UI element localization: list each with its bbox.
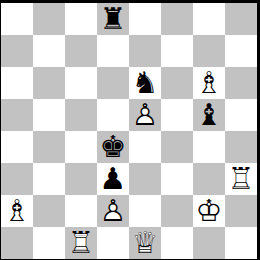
square-c1[interactable]: ♜♖ (65, 227, 97, 259)
square-h7[interactable] (225, 35, 257, 67)
square-h3[interactable]: ♜♖ (225, 163, 257, 195)
square-a8[interactable] (1, 3, 33, 35)
square-f6[interactable] (161, 67, 193, 99)
square-b6[interactable] (33, 67, 65, 99)
piece-white-pawn: ♟♙ (97, 195, 129, 227)
square-d6[interactable] (97, 67, 129, 99)
white-pawn-glyph: ♙ (132, 100, 159, 130)
square-d2[interactable]: ♟♙ (97, 195, 129, 227)
square-f7[interactable] (161, 35, 193, 67)
white-bishop-glyph: ♗ (196, 68, 223, 98)
square-e2[interactable] (129, 195, 161, 227)
square-g4[interactable] (193, 131, 225, 163)
square-h2[interactable] (225, 195, 257, 227)
square-d3[interactable]: ♟ (97, 163, 129, 195)
white-queen-glyph: ♕ (132, 228, 159, 258)
square-d1[interactable] (97, 227, 129, 259)
square-a4[interactable] (1, 131, 33, 163)
square-b8[interactable] (33, 3, 65, 35)
square-h5[interactable] (225, 99, 257, 131)
piece-black-pawn: ♟ (97, 163, 129, 195)
square-b7[interactable] (33, 35, 65, 67)
piece-white-pawn: ♟♙ (129, 99, 161, 131)
square-h8[interactable] (225, 3, 257, 35)
square-g2[interactable]: ♚♔ (193, 195, 225, 227)
square-c5[interactable] (65, 99, 97, 131)
black-bishop-glyph: ♝ (196, 100, 223, 130)
square-b4[interactable] (33, 131, 65, 163)
piece-white-rook: ♜♖ (225, 163, 257, 195)
square-a2[interactable]: ♝♗ (1, 195, 33, 227)
square-f2[interactable] (161, 195, 193, 227)
black-king-glyph: ♚ (100, 132, 127, 162)
square-b1[interactable] (33, 227, 65, 259)
board-grid: ♜♞♝♗♟♙♝♚♟♜♖♝♗♟♙♚♔♜♖♛♕ (1, 3, 257, 259)
square-b2[interactable] (33, 195, 65, 227)
square-h4[interactable] (225, 131, 257, 163)
square-c6[interactable] (65, 67, 97, 99)
square-g1[interactable] (193, 227, 225, 259)
piece-black-king: ♚ (97, 131, 129, 163)
square-a7[interactable] (1, 35, 33, 67)
square-c4[interactable] (65, 131, 97, 163)
square-f3[interactable] (161, 163, 193, 195)
square-c8[interactable] (65, 3, 97, 35)
square-c7[interactable] (65, 35, 97, 67)
square-e6[interactable]: ♞ (129, 67, 161, 99)
square-a1[interactable] (1, 227, 33, 259)
piece-white-king: ♚♔ (193, 195, 225, 227)
square-f8[interactable] (161, 3, 193, 35)
square-f4[interactable] (161, 131, 193, 163)
square-g7[interactable] (193, 35, 225, 67)
square-e8[interactable] (129, 3, 161, 35)
chessboard: ♜♞♝♗♟♙♝♚♟♜♖♝♗♟♙♚♔♜♖♛♕ (0, 0, 260, 260)
square-h1[interactable] (225, 227, 257, 259)
white-bishop-glyph: ♗ (4, 196, 31, 226)
white-rook-glyph: ♖ (228, 164, 255, 194)
square-d5[interactable] (97, 99, 129, 131)
square-d4[interactable]: ♚ (97, 131, 129, 163)
square-c3[interactable] (65, 163, 97, 195)
square-f5[interactable] (161, 99, 193, 131)
piece-black-bishop: ♝ (193, 99, 225, 131)
piece-white-bishop: ♝♗ (1, 195, 33, 227)
square-a6[interactable] (1, 67, 33, 99)
square-c2[interactable] (65, 195, 97, 227)
square-d7[interactable] (97, 35, 129, 67)
square-a5[interactable] (1, 99, 33, 131)
square-b5[interactable] (33, 99, 65, 131)
square-b3[interactable] (33, 163, 65, 195)
black-knight-glyph: ♞ (132, 68, 159, 98)
piece-black-rook: ♜ (97, 3, 129, 35)
piece-white-queen: ♛♕ (129, 227, 161, 259)
piece-white-bishop: ♝♗ (193, 67, 225, 99)
black-pawn-glyph: ♟ (100, 164, 127, 194)
square-e4[interactable] (129, 131, 161, 163)
square-g5[interactable]: ♝ (193, 99, 225, 131)
piece-white-rook: ♜♖ (65, 227, 97, 259)
white-rook-glyph: ♖ (68, 228, 95, 258)
square-g6[interactable]: ♝♗ (193, 67, 225, 99)
white-king-glyph: ♔ (196, 196, 223, 226)
square-a3[interactable] (1, 163, 33, 195)
square-e5[interactable]: ♟♙ (129, 99, 161, 131)
square-h6[interactable] (225, 67, 257, 99)
square-g8[interactable] (193, 3, 225, 35)
square-e1[interactable]: ♛♕ (129, 227, 161, 259)
square-d8[interactable]: ♜ (97, 3, 129, 35)
square-e3[interactable] (129, 163, 161, 195)
square-g3[interactable] (193, 163, 225, 195)
piece-black-knight: ♞ (129, 67, 161, 99)
square-e7[interactable] (129, 35, 161, 67)
white-pawn-glyph: ♙ (100, 196, 127, 226)
square-f1[interactable] (161, 227, 193, 259)
black-rook-glyph: ♜ (100, 4, 127, 34)
